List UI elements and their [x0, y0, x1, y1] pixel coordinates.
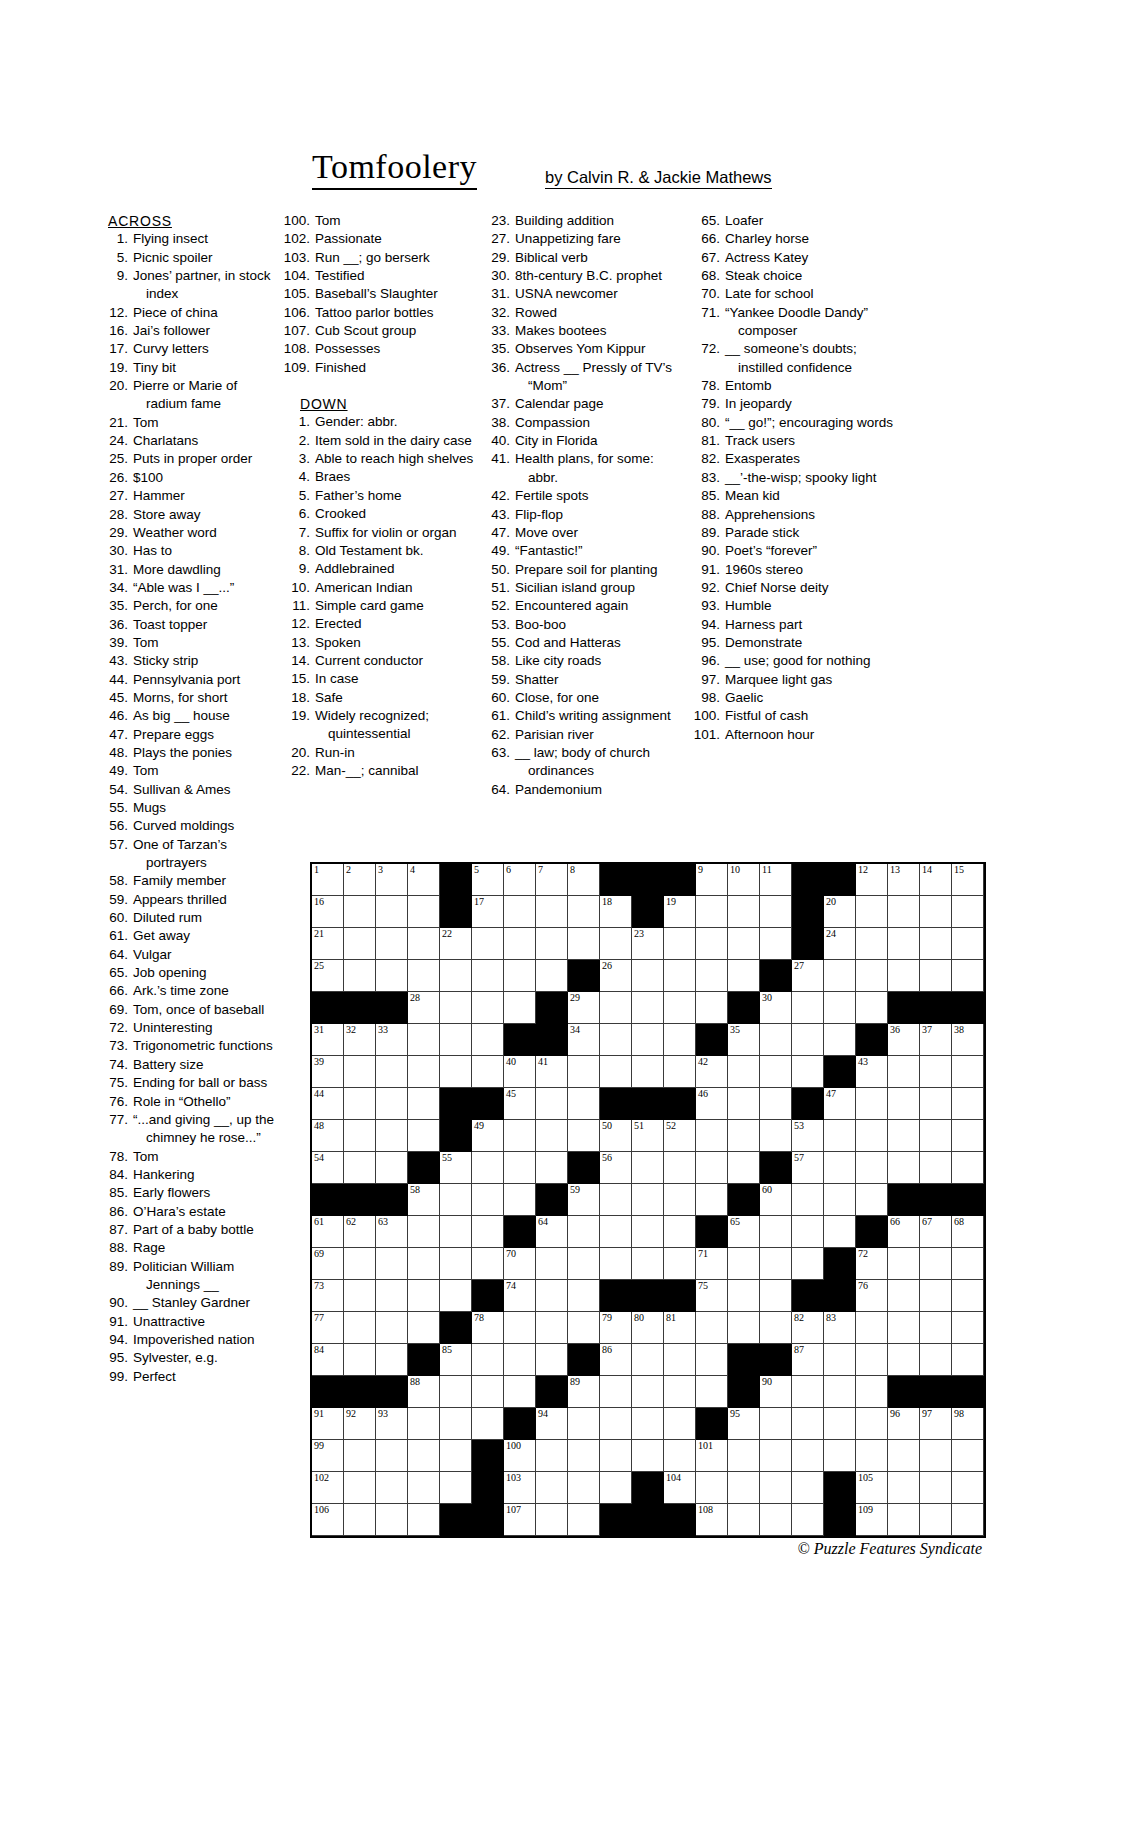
grid-cell[interactable]: [792, 1184, 824, 1216]
grid-cell[interactable]: [504, 1184, 536, 1216]
grid-cell[interactable]: [408, 928, 440, 960]
grid-cell[interactable]: 106: [312, 1504, 344, 1536]
grid-cell[interactable]: [440, 1408, 472, 1440]
grid-cell[interactable]: [760, 1312, 792, 1344]
grid-cell[interactable]: [696, 896, 728, 928]
grid-cell[interactable]: [696, 1344, 728, 1376]
grid-cell[interactable]: 104: [664, 1472, 696, 1504]
grid-cell[interactable]: [600, 992, 632, 1024]
grid-cell[interactable]: 19: [664, 896, 696, 928]
grid-cell[interactable]: [568, 1248, 600, 1280]
grid-cell[interactable]: [440, 992, 472, 1024]
grid-cell[interactable]: [696, 1120, 728, 1152]
grid-cell[interactable]: [536, 1440, 568, 1472]
grid-cell[interactable]: [536, 928, 568, 960]
grid-cell[interactable]: [504, 1120, 536, 1152]
grid-cell[interactable]: 81: [664, 1312, 696, 1344]
grid-cell[interactable]: [504, 960, 536, 992]
grid-cell[interactable]: 107: [504, 1504, 536, 1536]
grid-cell[interactable]: 69: [312, 1248, 344, 1280]
grid-cell[interactable]: [952, 1504, 984, 1536]
grid-cell[interactable]: [600, 1184, 632, 1216]
grid-cell[interactable]: 26: [600, 960, 632, 992]
grid-cell[interactable]: [408, 1408, 440, 1440]
grid-cell[interactable]: [760, 1120, 792, 1152]
grid-cell[interactable]: 20: [824, 896, 856, 928]
grid-cell[interactable]: 72: [856, 1248, 888, 1280]
grid-cell[interactable]: [888, 1152, 920, 1184]
grid-cell[interactable]: [792, 1056, 824, 1088]
grid-cell[interactable]: [376, 1312, 408, 1344]
grid-cell[interactable]: [952, 1152, 984, 1184]
grid-cell[interactable]: [632, 992, 664, 1024]
grid-cell[interactable]: [632, 1376, 664, 1408]
grid-cell[interactable]: 35: [728, 1024, 760, 1056]
grid-cell[interactable]: [344, 1472, 376, 1504]
grid-cell[interactable]: [408, 1088, 440, 1120]
grid-cell[interactable]: [568, 1056, 600, 1088]
grid-cell[interactable]: [376, 928, 408, 960]
grid-cell[interactable]: [344, 1504, 376, 1536]
grid-cell[interactable]: [952, 1440, 984, 1472]
grid-cell[interactable]: 24: [824, 928, 856, 960]
grid-cell[interactable]: 5: [472, 864, 504, 896]
grid-cell[interactable]: 99: [312, 1440, 344, 1472]
grid-cell[interactable]: [760, 896, 792, 928]
grid-cell[interactable]: [728, 1088, 760, 1120]
grid-cell[interactable]: [952, 1472, 984, 1504]
grid-cell[interactable]: [696, 960, 728, 992]
grid-cell[interactable]: [376, 1280, 408, 1312]
grid-cell[interactable]: 38: [952, 1024, 984, 1056]
grid-cell[interactable]: [792, 1472, 824, 1504]
grid-cell[interactable]: [664, 1376, 696, 1408]
grid-cell[interactable]: [888, 1280, 920, 1312]
grid-cell[interactable]: 31: [312, 1024, 344, 1056]
grid-cell[interactable]: [536, 1152, 568, 1184]
grid-cell[interactable]: [856, 1344, 888, 1376]
grid-cell[interactable]: 15: [952, 864, 984, 896]
grid-cell[interactable]: [792, 1376, 824, 1408]
grid-cell[interactable]: [888, 1472, 920, 1504]
grid-cell[interactable]: [792, 1408, 824, 1440]
grid-cell[interactable]: [664, 928, 696, 960]
grid-cell[interactable]: [824, 1408, 856, 1440]
grid-cell[interactable]: [856, 1088, 888, 1120]
grid-cell[interactable]: [376, 1088, 408, 1120]
grid-cell[interactable]: 87: [792, 1344, 824, 1376]
grid-cell[interactable]: [472, 1184, 504, 1216]
grid-cell[interactable]: [792, 1024, 824, 1056]
grid-cell[interactable]: 93: [376, 1408, 408, 1440]
grid-cell[interactable]: 78: [472, 1312, 504, 1344]
grid-cell[interactable]: [824, 992, 856, 1024]
grid-cell[interactable]: [664, 1152, 696, 1184]
grid-cell[interactable]: 100: [504, 1440, 536, 1472]
grid-cell[interactable]: [952, 896, 984, 928]
grid-cell[interactable]: [536, 1120, 568, 1152]
grid-cell[interactable]: 71: [696, 1248, 728, 1280]
grid-cell[interactable]: 17: [472, 896, 504, 928]
grid-cell[interactable]: [376, 1120, 408, 1152]
grid-cell[interactable]: [824, 1024, 856, 1056]
grid-cell[interactable]: 25: [312, 960, 344, 992]
grid-cell[interactable]: [600, 928, 632, 960]
grid-cell[interactable]: 57: [792, 1152, 824, 1184]
grid-cell[interactable]: [728, 1056, 760, 1088]
grid-cell[interactable]: [504, 928, 536, 960]
grid-cell[interactable]: [856, 1184, 888, 1216]
grid-cell[interactable]: 8: [568, 864, 600, 896]
grid-cell[interactable]: 74: [504, 1280, 536, 1312]
grid-cell[interactable]: [568, 1440, 600, 1472]
grid-cell[interactable]: 42: [696, 1056, 728, 1088]
grid-cell[interactable]: [632, 1216, 664, 1248]
grid-cell[interactable]: [664, 1248, 696, 1280]
grid-cell[interactable]: [568, 896, 600, 928]
grid-cell[interactable]: [504, 1376, 536, 1408]
grid-cell[interactable]: [728, 1152, 760, 1184]
grid-cell[interactable]: [408, 896, 440, 928]
grid-cell[interactable]: 56: [600, 1152, 632, 1184]
grid-cell[interactable]: 64: [536, 1216, 568, 1248]
grid-cell[interactable]: 30: [760, 992, 792, 1024]
grid-cell[interactable]: 28: [408, 992, 440, 1024]
grid-cell[interactable]: [920, 896, 952, 928]
grid-cell[interactable]: [408, 960, 440, 992]
grid-cell[interactable]: [408, 1120, 440, 1152]
grid-cell[interactable]: [952, 1056, 984, 1088]
grid-cell[interactable]: 44: [312, 1088, 344, 1120]
grid-cell[interactable]: [792, 992, 824, 1024]
grid-cell[interactable]: 62: [344, 1216, 376, 1248]
grid-cell[interactable]: 108: [696, 1504, 728, 1536]
grid-cell[interactable]: [568, 1120, 600, 1152]
grid-cell[interactable]: 33: [376, 1024, 408, 1056]
grid-cell[interactable]: [344, 960, 376, 992]
grid-cell[interactable]: [344, 1056, 376, 1088]
grid-cell[interactable]: [888, 1088, 920, 1120]
grid-cell[interactable]: [760, 1504, 792, 1536]
grid-cell[interactable]: 4: [408, 864, 440, 896]
grid-cell[interactable]: 86: [600, 1344, 632, 1376]
grid-cell[interactable]: [536, 1472, 568, 1504]
grid-cell[interactable]: [472, 1056, 504, 1088]
grid-cell[interactable]: [792, 1504, 824, 1536]
grid-cell[interactable]: 101: [696, 1440, 728, 1472]
grid-cell[interactable]: [760, 1056, 792, 1088]
grid-cell[interactable]: 75: [696, 1280, 728, 1312]
grid-cell[interactable]: [856, 1120, 888, 1152]
grid-cell[interactable]: [632, 1344, 664, 1376]
grid-cell[interactable]: [600, 1216, 632, 1248]
grid-cell[interactable]: [440, 1440, 472, 1472]
grid-cell[interactable]: [696, 1184, 728, 1216]
grid-cell[interactable]: [760, 1088, 792, 1120]
grid-cell[interactable]: [888, 1056, 920, 1088]
grid-cell[interactable]: 60: [760, 1184, 792, 1216]
grid-cell[interactable]: [440, 1184, 472, 1216]
grid-cell[interactable]: [472, 1408, 504, 1440]
grid-cell[interactable]: 6: [504, 864, 536, 896]
grid-cell[interactable]: [440, 1248, 472, 1280]
grid-cell[interactable]: [344, 1440, 376, 1472]
grid-cell[interactable]: [664, 1344, 696, 1376]
grid-cell[interactable]: 68: [952, 1216, 984, 1248]
grid-cell[interactable]: [376, 1344, 408, 1376]
grid-cell[interactable]: [568, 1472, 600, 1504]
grid-cell[interactable]: [856, 928, 888, 960]
grid-cell[interactable]: 2: [344, 864, 376, 896]
grid-cell[interactable]: [792, 1248, 824, 1280]
grid-cell[interactable]: 90: [760, 1376, 792, 1408]
grid-cell[interactable]: [824, 1376, 856, 1408]
grid-cell[interactable]: [920, 1152, 952, 1184]
grid-cell[interactable]: [664, 1440, 696, 1472]
grid-cell[interactable]: 89: [568, 1376, 600, 1408]
grid-cell[interactable]: 14: [920, 864, 952, 896]
grid-cell[interactable]: [632, 1184, 664, 1216]
grid-cell[interactable]: [952, 1280, 984, 1312]
grid-cell[interactable]: [632, 1056, 664, 1088]
grid-cell[interactable]: [664, 992, 696, 1024]
grid-cell[interactable]: [472, 992, 504, 1024]
grid-cell[interactable]: 88: [408, 1376, 440, 1408]
grid-cell[interactable]: 7: [536, 864, 568, 896]
grid-cell[interactable]: [408, 1056, 440, 1088]
grid-cell[interactable]: [856, 1312, 888, 1344]
grid-cell[interactable]: [856, 1152, 888, 1184]
grid-cell[interactable]: [536, 1312, 568, 1344]
grid-cell[interactable]: [504, 1152, 536, 1184]
grid-cell[interactable]: [920, 1056, 952, 1088]
grid-cell[interactable]: [408, 1280, 440, 1312]
grid-cell[interactable]: [568, 1408, 600, 1440]
grid-cell[interactable]: [376, 1152, 408, 1184]
grid-cell[interactable]: 27: [792, 960, 824, 992]
grid-cell[interactable]: [600, 1440, 632, 1472]
grid-cell[interactable]: [952, 1312, 984, 1344]
grid-cell[interactable]: [920, 1280, 952, 1312]
grid-cell[interactable]: [888, 1344, 920, 1376]
grid-cell[interactable]: [920, 960, 952, 992]
grid-cell[interactable]: [952, 1088, 984, 1120]
grid-cell[interactable]: [856, 992, 888, 1024]
grid-cell[interactable]: [376, 1472, 408, 1504]
grid-cell[interactable]: [888, 1312, 920, 1344]
grid-cell[interactable]: [632, 1152, 664, 1184]
grid-cell[interactable]: [408, 1312, 440, 1344]
grid-cell[interactable]: [920, 1088, 952, 1120]
grid-cell[interactable]: [792, 1216, 824, 1248]
grid-cell[interactable]: [408, 1504, 440, 1536]
grid-cell[interactable]: [696, 928, 728, 960]
grid-cell[interactable]: [568, 1088, 600, 1120]
grid-cell[interactable]: [728, 1120, 760, 1152]
grid-cell[interactable]: 83: [824, 1312, 856, 1344]
grid-cell[interactable]: 21: [312, 928, 344, 960]
grid-cell[interactable]: [920, 1344, 952, 1376]
grid-cell[interactable]: [664, 1216, 696, 1248]
grid-cell[interactable]: [952, 1248, 984, 1280]
grid-cell[interactable]: 10: [728, 864, 760, 896]
grid-cell[interactable]: [760, 1216, 792, 1248]
grid-cell[interactable]: 34: [568, 1024, 600, 1056]
grid-cell[interactable]: [344, 1312, 376, 1344]
grid-cell[interactable]: [824, 1152, 856, 1184]
grid-cell[interactable]: 1: [312, 864, 344, 896]
grid-cell[interactable]: 59: [568, 1184, 600, 1216]
grid-cell[interactable]: 39: [312, 1056, 344, 1088]
grid-cell[interactable]: [888, 1440, 920, 1472]
grid-cell[interactable]: [536, 896, 568, 928]
grid-cell[interactable]: [728, 1472, 760, 1504]
grid-cell[interactable]: [472, 1376, 504, 1408]
grid-cell[interactable]: [536, 1280, 568, 1312]
grid-cell[interactable]: 37: [920, 1024, 952, 1056]
grid-cell[interactable]: 80: [632, 1312, 664, 1344]
grid-cell[interactable]: [440, 1216, 472, 1248]
grid-cell[interactable]: 63: [376, 1216, 408, 1248]
grid-cell[interactable]: [760, 1024, 792, 1056]
grid-cell[interactable]: 41: [536, 1056, 568, 1088]
grid-cell[interactable]: [696, 1312, 728, 1344]
grid-cell[interactable]: 50: [600, 1120, 632, 1152]
grid-cell[interactable]: 18: [600, 896, 632, 928]
grid-cell[interactable]: [952, 960, 984, 992]
grid-cell[interactable]: [376, 1056, 408, 1088]
grid-cell[interactable]: 22: [440, 928, 472, 960]
grid-cell[interactable]: [504, 1312, 536, 1344]
grid-cell[interactable]: 48: [312, 1120, 344, 1152]
grid-cell[interactable]: [888, 960, 920, 992]
grid-cell[interactable]: [856, 1408, 888, 1440]
grid-cell[interactable]: [472, 960, 504, 992]
grid-cell[interactable]: [440, 960, 472, 992]
grid-cell[interactable]: 29: [568, 992, 600, 1024]
grid-cell[interactable]: [504, 1344, 536, 1376]
grid-cell[interactable]: [760, 1280, 792, 1312]
grid-cell[interactable]: [856, 896, 888, 928]
grid-cell[interactable]: [472, 928, 504, 960]
grid-cell[interactable]: [344, 928, 376, 960]
grid-cell[interactable]: [664, 1184, 696, 1216]
grid-cell[interactable]: [824, 1120, 856, 1152]
grid-cell[interactable]: [344, 1344, 376, 1376]
grid-cell[interactable]: [728, 1312, 760, 1344]
grid-cell[interactable]: 98: [952, 1408, 984, 1440]
grid-cell[interactable]: [536, 1344, 568, 1376]
grid-cell[interactable]: 85: [440, 1344, 472, 1376]
grid-cell[interactable]: [536, 1248, 568, 1280]
grid-cell[interactable]: [600, 1056, 632, 1088]
grid-cell[interactable]: [920, 928, 952, 960]
grid-cell[interactable]: 52: [664, 1120, 696, 1152]
grid-cell[interactable]: 55: [440, 1152, 472, 1184]
grid-cell[interactable]: 105: [856, 1472, 888, 1504]
grid-cell[interactable]: 23: [632, 928, 664, 960]
grid-cell[interactable]: [824, 1344, 856, 1376]
grid-cell[interactable]: [920, 1440, 952, 1472]
grid-cell[interactable]: [472, 1152, 504, 1184]
grid-cell[interactable]: [568, 1216, 600, 1248]
grid-cell[interactable]: 92: [344, 1408, 376, 1440]
grid-cell[interactable]: [568, 928, 600, 960]
grid-cell[interactable]: [440, 1472, 472, 1504]
grid-cell[interactable]: 36: [888, 1024, 920, 1056]
grid-cell[interactable]: [856, 1376, 888, 1408]
grid-cell[interactable]: [568, 1312, 600, 1344]
grid-cell[interactable]: [728, 1280, 760, 1312]
grid-cell[interactable]: [696, 1472, 728, 1504]
grid-cell[interactable]: 91: [312, 1408, 344, 1440]
grid-cell[interactable]: 70: [504, 1248, 536, 1280]
grid-cell[interactable]: 67: [920, 1216, 952, 1248]
grid-cell[interactable]: [920, 1504, 952, 1536]
grid-cell[interactable]: [696, 992, 728, 1024]
grid-cell[interactable]: 76: [856, 1280, 888, 1312]
grid-cell[interactable]: [888, 1504, 920, 1536]
grid-cell[interactable]: [344, 1280, 376, 1312]
grid-cell[interactable]: 49: [472, 1120, 504, 1152]
grid-cell[interactable]: 58: [408, 1184, 440, 1216]
grid-cell[interactable]: 79: [600, 1312, 632, 1344]
grid-cell[interactable]: [504, 992, 536, 1024]
grid-cell[interactable]: [824, 1440, 856, 1472]
grid-cell[interactable]: 53: [792, 1120, 824, 1152]
grid-cell[interactable]: [888, 1248, 920, 1280]
grid-cell[interactable]: [824, 1216, 856, 1248]
grid-cell[interactable]: 73: [312, 1280, 344, 1312]
grid-cell[interactable]: [408, 1472, 440, 1504]
grid-cell[interactable]: [376, 960, 408, 992]
grid-cell[interactable]: [472, 1344, 504, 1376]
grid-cell[interactable]: [664, 1056, 696, 1088]
grid-cell[interactable]: [856, 960, 888, 992]
grid-cell[interactable]: [440, 1376, 472, 1408]
grid-cell[interactable]: [760, 1472, 792, 1504]
grid-cell[interactable]: [504, 896, 536, 928]
grid-cell[interactable]: 16: [312, 896, 344, 928]
grid-cell[interactable]: [600, 1408, 632, 1440]
grid-cell[interactable]: [920, 1120, 952, 1152]
grid-cell[interactable]: [696, 1376, 728, 1408]
grid-cell[interactable]: [472, 1248, 504, 1280]
grid-cell[interactable]: [856, 1440, 888, 1472]
grid-cell[interactable]: [888, 1120, 920, 1152]
grid-cell[interactable]: 82: [792, 1312, 824, 1344]
grid-cell[interactable]: [632, 1248, 664, 1280]
grid-cell[interactable]: 102: [312, 1472, 344, 1504]
grid-cell[interactable]: 103: [504, 1472, 536, 1504]
grid-cell[interactable]: [824, 1184, 856, 1216]
grid-cell[interactable]: [888, 896, 920, 928]
grid-cell[interactable]: 40: [504, 1056, 536, 1088]
grid-cell[interactable]: [600, 1376, 632, 1408]
grid-cell[interactable]: 54: [312, 1152, 344, 1184]
grid-cell[interactable]: [760, 928, 792, 960]
grid-cell[interactable]: 109: [856, 1504, 888, 1536]
grid-cell[interactable]: 96: [888, 1408, 920, 1440]
grid-cell[interactable]: [632, 1408, 664, 1440]
grid-cell[interactable]: [824, 960, 856, 992]
grid-cell[interactable]: [376, 1440, 408, 1472]
grid-cell[interactable]: [728, 1504, 760, 1536]
grid-cell[interactable]: [760, 1408, 792, 1440]
grid-cell[interactable]: [344, 896, 376, 928]
grid-cell[interactable]: [600, 1248, 632, 1280]
grid-cell[interactable]: 13: [888, 864, 920, 896]
